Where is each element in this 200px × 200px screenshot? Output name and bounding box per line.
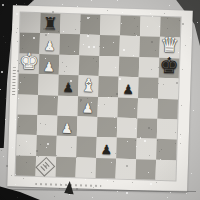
square-e3	[97, 117, 118, 138]
square-d4	[77, 96, 98, 117]
square-a8	[20, 12, 41, 33]
square-b3	[37, 115, 58, 136]
square-f4	[117, 97, 138, 118]
square-g2	[136, 138, 157, 159]
square-c1	[56, 156, 77, 177]
square-b2	[36, 135, 57, 156]
square-d8	[80, 14, 101, 35]
square-d7	[79, 35, 100, 56]
square-c3	[57, 116, 78, 137]
square-a3	[17, 114, 38, 135]
margin-print-bottom	[35, 183, 101, 187]
square-e2	[96, 137, 117, 158]
square-f3	[117, 117, 138, 138]
square-h3	[157, 119, 178, 140]
square-c8	[60, 14, 81, 35]
square-c5	[58, 75, 79, 96]
square-g7	[139, 37, 160, 58]
square-e8	[100, 15, 121, 36]
square-f1	[115, 158, 136, 179]
square-g1	[135, 159, 156, 180]
square-h7	[159, 37, 180, 58]
photo-background: ♜♟♛♚♟♚♟♝♟♟♟♟	[0, 0, 200, 200]
square-a5	[18, 74, 39, 95]
square-g4	[137, 98, 158, 119]
square-b4	[37, 95, 58, 116]
square-c4	[57, 95, 78, 116]
square-h6	[159, 58, 180, 79]
square-b8	[40, 13, 61, 34]
square-a1	[16, 155, 37, 176]
square-g5	[138, 77, 159, 98]
square-a6	[19, 53, 40, 74]
square-f6	[119, 56, 140, 77]
square-h8	[160, 17, 181, 38]
square-c7	[59, 34, 80, 55]
square-d3	[77, 116, 98, 137]
square-g8	[140, 16, 161, 37]
square-b6	[39, 54, 60, 75]
chessboard: ♜♟♛♚♟♚♟♝♟♟♟♟	[7, 5, 193, 192]
square-h5	[158, 78, 179, 99]
square-e1	[96, 158, 117, 179]
margin-print-left	[12, 67, 16, 95]
square-c2	[56, 136, 77, 157]
square-b5	[38, 74, 59, 95]
square-b7	[39, 33, 60, 54]
square-d6	[79, 55, 100, 76]
square-d5	[78, 75, 99, 96]
square-d1	[76, 157, 97, 178]
square-a4	[17, 94, 38, 115]
square-f5	[118, 77, 139, 98]
square-h2	[156, 139, 177, 160]
square-g6	[139, 57, 160, 78]
square-e6	[99, 56, 120, 77]
square-e7	[99, 35, 120, 56]
square-a2	[16, 135, 37, 156]
square-c6	[59, 54, 80, 75]
square-g3	[137, 118, 158, 139]
square-f8	[120, 16, 141, 37]
playing-field	[16, 12, 181, 180]
square-h4	[157, 98, 178, 119]
square-h1	[155, 159, 176, 180]
square-e4	[97, 96, 118, 117]
square-f2	[116, 138, 137, 159]
square-d2	[76, 137, 97, 158]
square-e5	[98, 76, 119, 97]
square-a7	[19, 33, 40, 54]
square-f7	[119, 36, 140, 57]
